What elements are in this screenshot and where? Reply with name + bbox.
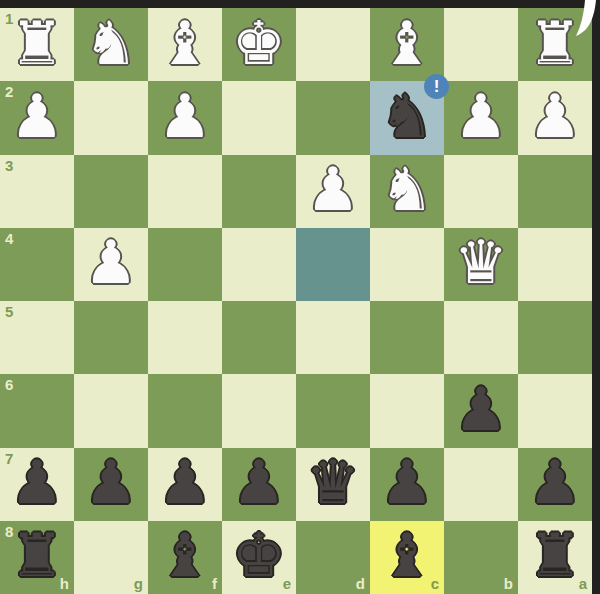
piece-white-bishop[interactable]: ♝: [380, 13, 434, 77]
square-a3[interactable]: [518, 155, 592, 228]
piece-white-pawn[interactable]: ♟: [10, 86, 64, 150]
square-h6[interactable]: 6: [0, 374, 74, 447]
square-a5[interactable]: [518, 301, 592, 374]
square-g2[interactable]: [74, 81, 148, 154]
piece-black-rook[interactable]: ♜: [528, 525, 582, 589]
file-label-e: e: [283, 575, 291, 592]
square-g8[interactable]: g: [74, 521, 148, 594]
great-move-exclamation: !: [434, 77, 440, 97]
square-f5[interactable]: [148, 301, 222, 374]
rank-label-3: 3: [5, 157, 13, 174]
square-h1[interactable]: ♜1: [0, 8, 74, 81]
piece-white-pawn[interactable]: ♟: [528, 86, 582, 150]
great-move-badge: !: [424, 74, 449, 99]
square-c3[interactable]: ♞: [370, 155, 444, 228]
square-c8[interactable]: ♝c: [370, 521, 444, 594]
square-a8[interactable]: ♜a: [518, 521, 592, 594]
file-label-b: b: [504, 575, 513, 592]
square-d8[interactable]: d: [296, 521, 370, 594]
file-label-g: g: [134, 575, 143, 592]
square-f7[interactable]: ♟: [148, 448, 222, 521]
square-b7[interactable]: [444, 448, 518, 521]
square-g1[interactable]: ♞: [74, 8, 148, 81]
chess-board: ♜1♞♝♚♝♜♟2♟♞♟♟3♟♞4♟♛56♟♟7♟♟♟♛♟♟♜8hg♝f♚ed♝…: [0, 8, 592, 594]
piece-white-pawn[interactable]: ♟: [454, 86, 508, 150]
square-b2[interactable]: ♟: [444, 81, 518, 154]
rank-label-6: 6: [5, 376, 13, 393]
square-d5[interactable]: [296, 301, 370, 374]
file-label-h: h: [60, 575, 69, 592]
chess-app-screen: ♜1♞♝♚♝♜♟2♟♞♟♟3♟♞4♟♛56♟♟7♟♟♟♛♟♟♜8hg♝f♚ed♝…: [0, 0, 600, 594]
piece-black-pawn[interactable]: ♟: [454, 379, 508, 443]
piece-black-king[interactable]: ♚: [232, 525, 286, 589]
piece-black-pawn[interactable]: ♟: [84, 452, 138, 516]
square-e3[interactable]: [222, 155, 296, 228]
square-g7[interactable]: ♟: [74, 448, 148, 521]
rank-label-2: 2: [5, 83, 13, 100]
square-a2[interactable]: ♟: [518, 81, 592, 154]
rank-label-8: 8: [5, 523, 13, 540]
square-a6[interactable]: [518, 374, 592, 447]
square-e8[interactable]: ♚e: [222, 521, 296, 594]
square-b8[interactable]: b: [444, 521, 518, 594]
square-d1[interactable]: [296, 8, 370, 81]
file-label-c: c: [431, 575, 439, 592]
square-a7[interactable]: ♟: [518, 448, 592, 521]
square-g4[interactable]: ♟: [74, 228, 148, 301]
piece-white-king[interactable]: ♚: [232, 13, 286, 77]
square-b6[interactable]: ♟: [444, 374, 518, 447]
square-g6[interactable]: [74, 374, 148, 447]
square-e5[interactable]: [222, 301, 296, 374]
square-f4[interactable]: [148, 228, 222, 301]
square-f3[interactable]: [148, 155, 222, 228]
square-e7[interactable]: ♟: [222, 448, 296, 521]
piece-black-pawn[interactable]: ♟: [232, 452, 286, 516]
square-c1[interactable]: ♝: [370, 8, 444, 81]
square-h7[interactable]: ♟7: [0, 448, 74, 521]
square-f1[interactable]: ♝: [148, 8, 222, 81]
square-g5[interactable]: [74, 301, 148, 374]
square-f8[interactable]: ♝f: [148, 521, 222, 594]
piece-white-bishop[interactable]: ♝: [158, 13, 212, 77]
piece-black-knight[interactable]: ♞: [380, 86, 434, 150]
piece-black-pawn[interactable]: ♟: [10, 452, 64, 516]
square-h5[interactable]: 5: [0, 301, 74, 374]
square-b3[interactable]: [444, 155, 518, 228]
square-f6[interactable]: [148, 374, 222, 447]
square-c4[interactable]: [370, 228, 444, 301]
rank-label-7: 7: [5, 450, 13, 467]
right-frame-bar: [592, 0, 600, 594]
piece-white-knight[interactable]: ♞: [84, 13, 138, 77]
top-frame-bar: [0, 0, 600, 8]
piece-white-pawn[interactable]: ♟: [84, 232, 138, 296]
square-d7[interactable]: ♛: [296, 448, 370, 521]
piece-black-pawn[interactable]: ♟: [380, 452, 434, 516]
square-e1[interactable]: ♚: [222, 8, 296, 81]
square-c7[interactable]: ♟: [370, 448, 444, 521]
file-label-a: a: [579, 575, 587, 592]
square-h8[interactable]: ♜8h: [0, 521, 74, 594]
piece-white-rook[interactable]: ♜: [10, 13, 64, 77]
rank-label-5: 5: [5, 303, 13, 320]
rank-label-1: 1: [5, 10, 13, 27]
square-c6[interactable]: [370, 374, 444, 447]
piece-white-knight[interactable]: ♞: [380, 159, 434, 223]
piece-black-pawn[interactable]: ♟: [528, 452, 582, 516]
piece-white-queen[interactable]: ♛: [454, 232, 508, 296]
square-h2[interactable]: ♟2: [0, 81, 74, 154]
square-b4[interactable]: ♛: [444, 228, 518, 301]
piece-white-pawn[interactable]: ♟: [306, 159, 360, 223]
piece-black-bishop[interactable]: ♝: [380, 525, 434, 589]
square-h4[interactable]: 4: [0, 228, 74, 301]
square-d6[interactable]: [296, 374, 370, 447]
square-e4[interactable]: [222, 228, 296, 301]
file-label-f: f: [212, 575, 217, 592]
rank-label-4: 4: [5, 230, 13, 247]
piece-black-bishop[interactable]: ♝: [158, 525, 212, 589]
file-label-d: d: [356, 575, 365, 592]
piece-black-pawn[interactable]: ♟: [158, 452, 212, 516]
square-e6[interactable]: [222, 374, 296, 447]
square-a4[interactable]: [518, 228, 592, 301]
square-g3[interactable]: [74, 155, 148, 228]
piece-black-rook[interactable]: ♜: [10, 525, 64, 589]
piece-black-queen[interactable]: ♛: [306, 452, 360, 516]
square-e2[interactable]: [222, 81, 296, 154]
piece-white-pawn[interactable]: ♟: [158, 86, 212, 150]
square-f2[interactable]: ♟: [148, 81, 222, 154]
square-h3[interactable]: 3: [0, 155, 74, 228]
square-c5[interactable]: [370, 301, 444, 374]
square-d3[interactable]: ♟: [296, 155, 370, 228]
square-b5[interactable]: [444, 301, 518, 374]
square-b1[interactable]: [444, 8, 518, 81]
mouse-cursor-icon: [572, 0, 600, 40]
square-d2[interactable]: [296, 81, 370, 154]
square-d4[interactable]: [296, 228, 370, 301]
